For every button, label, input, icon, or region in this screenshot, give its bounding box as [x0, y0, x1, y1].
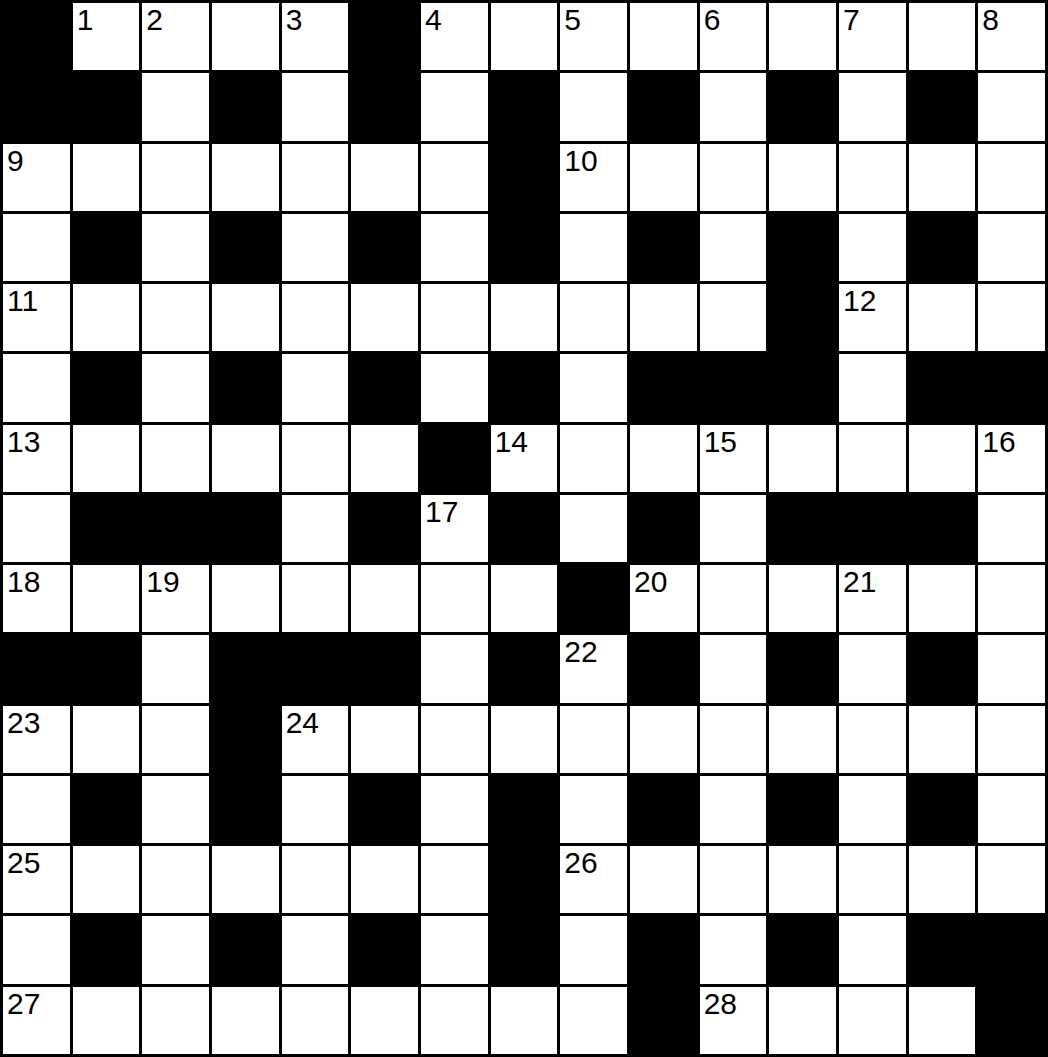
- cell-r5c8[interactable]: [491, 284, 558, 351]
- cell-r13c9[interactable]: 26: [560, 846, 627, 913]
- cell-r13c14[interactable]: [909, 846, 976, 913]
- cell-r14c1[interactable]: [3, 916, 70, 983]
- cell-r9c12[interactable]: [769, 565, 836, 632]
- cell-r3c10[interactable]: [630, 144, 697, 211]
- block-cell-r8c4: [212, 495, 279, 562]
- clue-number-28: 28: [704, 988, 737, 1020]
- block-cell-r6c4: [212, 354, 279, 421]
- cell-r9c6[interactable]: [351, 565, 418, 632]
- clue-number-27: 27: [7, 988, 40, 1020]
- clue-number-11: 11: [7, 285, 38, 317]
- cell-r11c10[interactable]: [630, 706, 697, 773]
- cell-r15c13[interactable]: [839, 987, 906, 1054]
- block-cell-r14c4: [212, 916, 279, 983]
- clue-number-10: 10: [564, 145, 597, 177]
- cell-r4c13[interactable]: [839, 214, 906, 281]
- cell-r3c3[interactable]: [142, 144, 209, 211]
- cell-r15c7[interactable]: [421, 987, 488, 1054]
- cell-r9c4[interactable]: [212, 565, 279, 632]
- block-cell-r1c1: [3, 3, 70, 70]
- cell-r1c8[interactable]: [491, 3, 558, 70]
- cell-r2c13[interactable]: [839, 73, 906, 140]
- clue-number-15: 15: [704, 426, 737, 458]
- clue-number-19: 19: [146, 566, 179, 598]
- block-cell-r14c8: [491, 916, 558, 983]
- cell-r11c5[interactable]: 24: [282, 706, 349, 773]
- cell-r4c9[interactable]: [560, 214, 627, 281]
- block-cell-r6c11: [700, 354, 767, 421]
- cell-r7c4[interactable]: [212, 425, 279, 492]
- cell-r3c13[interactable]: [839, 144, 906, 211]
- block-cell-r2c14: [909, 73, 976, 140]
- cell-r10c11[interactable]: [700, 635, 767, 702]
- cell-r3c11[interactable]: [700, 144, 767, 211]
- cell-r5c1[interactable]: 11: [3, 284, 70, 351]
- cell-r7c3[interactable]: [142, 425, 209, 492]
- cell-r10c9[interactable]: 22: [560, 635, 627, 702]
- cell-r3c14[interactable]: [909, 144, 976, 211]
- clue-number-12: 12: [843, 285, 876, 317]
- cell-r14c7[interactable]: [421, 916, 488, 983]
- block-cell-r10c1: [3, 635, 70, 702]
- cell-r5c9[interactable]: [560, 284, 627, 351]
- cell-r9c2[interactable]: [73, 565, 140, 632]
- block-cell-r12c2: [73, 776, 140, 843]
- cell-r10c13[interactable]: [839, 635, 906, 702]
- cell-r4c7[interactable]: [421, 214, 488, 281]
- cell-r15c8[interactable]: [491, 987, 558, 1054]
- cell-r8c9[interactable]: [560, 495, 627, 562]
- cell-r5c7[interactable]: [421, 284, 488, 351]
- cell-r11c7[interactable]: [421, 706, 488, 773]
- cell-r5c4[interactable]: [212, 284, 279, 351]
- cell-r3c9[interactable]: 10: [560, 144, 627, 211]
- cell-r2c11[interactable]: [700, 73, 767, 140]
- cell-r7c2[interactable]: [73, 425, 140, 492]
- cell-r5c3[interactable]: [142, 284, 209, 351]
- crossword-grid: 1234567891011121314151617181920212223242…: [0, 0, 1048, 1057]
- cell-r12c7[interactable]: [421, 776, 488, 843]
- block-cell-r8c8: [491, 495, 558, 562]
- cell-r6c3[interactable]: [142, 354, 209, 421]
- cell-r14c3[interactable]: [142, 916, 209, 983]
- cell-r14c13[interactable]: [839, 916, 906, 983]
- cell-r9c14[interactable]: [909, 565, 976, 632]
- block-cell-r10c12: [769, 635, 836, 702]
- clue-number-2: 2: [146, 4, 163, 36]
- block-cell-r6c14: [909, 354, 976, 421]
- block-cell-r4c10: [630, 214, 697, 281]
- clue-number-21: 21: [843, 566, 876, 598]
- cell-r13c15[interactable]: [978, 846, 1045, 913]
- cell-r1c7[interactable]: 4: [421, 3, 488, 70]
- cell-r9c3[interactable]: 19: [142, 565, 209, 632]
- cell-r9c13[interactable]: 21: [839, 565, 906, 632]
- block-cell-r14c10: [630, 916, 697, 983]
- cell-r1c15[interactable]: 8: [978, 3, 1045, 70]
- block-cell-r6c15: [978, 354, 1045, 421]
- cell-r13c6[interactable]: [351, 846, 418, 913]
- block-cell-r8c6: [351, 495, 418, 562]
- clue-number-5: 5: [564, 4, 581, 36]
- cell-r1c12[interactable]: [769, 3, 836, 70]
- cell-r14c11[interactable]: [700, 916, 767, 983]
- block-cell-r11c4: [212, 706, 279, 773]
- cell-r6c5[interactable]: [282, 354, 349, 421]
- cell-r11c12[interactable]: [769, 706, 836, 773]
- cell-r1c14[interactable]: [909, 3, 976, 70]
- block-cell-r12c4: [212, 776, 279, 843]
- cell-r9c10[interactable]: 20: [630, 565, 697, 632]
- block-cell-r6c10: [630, 354, 697, 421]
- block-cell-r2c1: [3, 73, 70, 140]
- block-cell-r10c8: [491, 635, 558, 702]
- block-cell-r12c8: [491, 776, 558, 843]
- cell-r14c9[interactable]: [560, 916, 627, 983]
- cell-r5c2[interactable]: [73, 284, 140, 351]
- cell-r15c4[interactable]: [212, 987, 279, 1054]
- block-cell-r12c14: [909, 776, 976, 843]
- block-cell-r10c5: [282, 635, 349, 702]
- cell-r11c13[interactable]: [839, 706, 906, 773]
- cell-r7c6[interactable]: [351, 425, 418, 492]
- clue-number-7: 7: [843, 4, 860, 36]
- cell-r10c15[interactable]: [978, 635, 1045, 702]
- clue-number-6: 6: [704, 4, 721, 36]
- cell-r9c11[interactable]: [700, 565, 767, 632]
- block-cell-r7c7: [421, 425, 488, 492]
- cell-r15c3[interactable]: [142, 987, 209, 1054]
- cell-r8c15[interactable]: [978, 495, 1045, 562]
- block-cell-r14c6: [351, 916, 418, 983]
- cell-r15c12[interactable]: [769, 987, 836, 1054]
- cell-r1c11[interactable]: 6: [700, 3, 767, 70]
- block-cell-r14c12: [769, 916, 836, 983]
- block-cell-r14c15: [978, 916, 1045, 983]
- cell-r1c13[interactable]: 7: [839, 3, 906, 70]
- cell-r4c3[interactable]: [142, 214, 209, 281]
- cell-r6c7[interactable]: [421, 354, 488, 421]
- cell-r3c7[interactable]: [421, 144, 488, 211]
- cell-r7c12[interactable]: [769, 425, 836, 492]
- block-cell-r6c6: [351, 354, 418, 421]
- block-cell-r8c12: [769, 495, 836, 562]
- block-cell-r2c2: [73, 73, 140, 140]
- cell-r2c7[interactable]: [421, 73, 488, 140]
- clue-number-23: 23: [7, 707, 40, 739]
- cell-r5c10[interactable]: [630, 284, 697, 351]
- block-cell-r12c12: [769, 776, 836, 843]
- cell-r11c9[interactable]: [560, 706, 627, 773]
- cell-r9c5[interactable]: [282, 565, 349, 632]
- cell-r15c1[interactable]: 27: [3, 987, 70, 1054]
- cell-r15c2[interactable]: [73, 987, 140, 1054]
- block-cell-r6c8: [491, 354, 558, 421]
- block-cell-r2c12: [769, 73, 836, 140]
- cell-r13c1[interactable]: 25: [3, 846, 70, 913]
- cell-r11c15[interactable]: [978, 706, 1045, 773]
- cell-r13c5[interactable]: [282, 846, 349, 913]
- cell-r5c14[interactable]: [909, 284, 976, 351]
- cell-r11c2[interactable]: [73, 706, 140, 773]
- cell-r1c5[interactable]: 3: [282, 3, 349, 70]
- cell-r1c3[interactable]: 2: [142, 3, 209, 70]
- clue-number-25: 25: [7, 847, 40, 879]
- block-cell-r5c12: [769, 284, 836, 351]
- block-cell-r2c10: [630, 73, 697, 140]
- block-cell-r2c6: [351, 73, 418, 140]
- cell-r13c3[interactable]: [142, 846, 209, 913]
- cell-r11c8[interactable]: [491, 706, 558, 773]
- clue-number-22: 22: [564, 636, 597, 668]
- cell-r4c1[interactable]: [3, 214, 70, 281]
- cell-r8c11[interactable]: [700, 495, 767, 562]
- cell-r7c10[interactable]: [630, 425, 697, 492]
- cell-r7c14[interactable]: [909, 425, 976, 492]
- cell-r15c6[interactable]: [351, 987, 418, 1054]
- cell-r1c10[interactable]: [630, 3, 697, 70]
- cell-r12c5[interactable]: [282, 776, 349, 843]
- block-cell-r14c2: [73, 916, 140, 983]
- block-cell-r10c4: [212, 635, 279, 702]
- block-cell-r14c14: [909, 916, 976, 983]
- cell-r4c15[interactable]: [978, 214, 1045, 281]
- cell-r7c8[interactable]: 14: [491, 425, 558, 492]
- cell-r1c4[interactable]: [212, 3, 279, 70]
- clue-number-1: 1: [77, 4, 94, 36]
- block-cell-r8c3: [142, 495, 209, 562]
- block-cell-r8c10: [630, 495, 697, 562]
- cell-r4c11[interactable]: [700, 214, 767, 281]
- block-cell-r8c13: [839, 495, 906, 562]
- block-cell-r4c2: [73, 214, 140, 281]
- cell-r6c9[interactable]: [560, 354, 627, 421]
- block-cell-r10c14: [909, 635, 976, 702]
- block-cell-r8c14: [909, 495, 976, 562]
- cell-r9c15[interactable]: [978, 565, 1045, 632]
- block-cell-r4c12: [769, 214, 836, 281]
- block-cell-r1c6: [351, 3, 418, 70]
- cell-r7c5[interactable]: [282, 425, 349, 492]
- cell-r15c14[interactable]: [909, 987, 976, 1054]
- cell-r3c2[interactable]: [73, 144, 140, 211]
- block-cell-r12c10: [630, 776, 697, 843]
- cell-r12c1[interactable]: [3, 776, 70, 843]
- cell-r13c10[interactable]: [630, 846, 697, 913]
- cell-r15c11[interactable]: 28: [700, 987, 767, 1054]
- cell-r4c5[interactable]: [282, 214, 349, 281]
- clue-number-16: 16: [982, 426, 1015, 458]
- cell-r11c6[interactable]: [351, 706, 418, 773]
- clue-number-8: 8: [982, 4, 999, 36]
- cell-r11c3[interactable]: [142, 706, 209, 773]
- block-cell-r15c15: [978, 987, 1045, 1054]
- clue-number-14: 14: [495, 426, 528, 458]
- cell-r5c5[interactable]: [282, 284, 349, 351]
- cell-r15c5[interactable]: [282, 987, 349, 1054]
- block-cell-r6c2: [73, 354, 140, 421]
- block-cell-r4c4: [212, 214, 279, 281]
- clue-number-24: 24: [286, 707, 319, 739]
- block-cell-r2c4: [212, 73, 279, 140]
- cell-r3c15[interactable]: [978, 144, 1045, 211]
- cell-r3c6[interactable]: [351, 144, 418, 211]
- cell-r3c4[interactable]: [212, 144, 279, 211]
- cell-r11c14[interactable]: [909, 706, 976, 773]
- cell-r13c2[interactable]: [73, 846, 140, 913]
- block-cell-r4c14: [909, 214, 976, 281]
- block-cell-r15c10: [630, 987, 697, 1054]
- cell-r10c7[interactable]: [421, 635, 488, 702]
- clue-number-9: 9: [7, 145, 24, 177]
- cell-r13c11[interactable]: [700, 846, 767, 913]
- block-cell-r10c2: [73, 635, 140, 702]
- block-cell-r4c8: [491, 214, 558, 281]
- cell-r10c3[interactable]: [142, 635, 209, 702]
- clue-number-20: 20: [634, 566, 667, 598]
- cell-r7c11[interactable]: 15: [700, 425, 767, 492]
- cell-r12c11[interactable]: [700, 776, 767, 843]
- cell-r7c1[interactable]: 13: [3, 425, 70, 492]
- cell-r2c15[interactable]: [978, 73, 1045, 140]
- cell-r13c12[interactable]: [769, 846, 836, 913]
- clue-number-17: 17: [425, 496, 458, 528]
- cell-r2c9[interactable]: [560, 73, 627, 140]
- cell-r12c9[interactable]: [560, 776, 627, 843]
- cell-r11c1[interactable]: 23: [3, 706, 70, 773]
- cell-r8c5[interactable]: [282, 495, 349, 562]
- cell-r12c3[interactable]: [142, 776, 209, 843]
- block-cell-r10c6: [351, 635, 418, 702]
- clue-number-18: 18: [7, 566, 40, 598]
- cell-r9c1[interactable]: 18: [3, 565, 70, 632]
- cell-r15c9[interactable]: [560, 987, 627, 1054]
- cell-r7c13[interactable]: [839, 425, 906, 492]
- block-cell-r3c8: [491, 144, 558, 211]
- cell-r6c13[interactable]: [839, 354, 906, 421]
- block-cell-r10c10: [630, 635, 697, 702]
- cell-r5c15[interactable]: [978, 284, 1045, 351]
- cell-r1c9[interactable]: 5: [560, 3, 627, 70]
- cell-r5c6[interactable]: [351, 284, 418, 351]
- cell-r13c13[interactable]: [839, 846, 906, 913]
- cell-r2c5[interactable]: [282, 73, 349, 140]
- cell-r3c12[interactable]: [769, 144, 836, 211]
- block-cell-r4c6: [351, 214, 418, 281]
- cell-r5c11[interactable]: [700, 284, 767, 351]
- clue-number-26: 26: [564, 847, 597, 879]
- block-cell-r9c9: [560, 565, 627, 632]
- cell-r5c13[interactable]: 12: [839, 284, 906, 351]
- block-cell-r6c12: [769, 354, 836, 421]
- cell-r3c5[interactable]: [282, 144, 349, 211]
- clue-number-3: 3: [286, 4, 303, 36]
- cell-r8c7[interactable]: 17: [421, 495, 488, 562]
- cell-r12c13[interactable]: [839, 776, 906, 843]
- cell-r12c15[interactable]: [978, 776, 1045, 843]
- cell-r13c7[interactable]: [421, 846, 488, 913]
- cell-r13c4[interactable]: [212, 846, 279, 913]
- block-cell-r12c6: [351, 776, 418, 843]
- clue-number-13: 13: [7, 426, 40, 458]
- cell-r9c8[interactable]: [491, 565, 558, 632]
- block-cell-r13c8: [491, 846, 558, 913]
- cell-r1c2[interactable]: 1: [73, 3, 140, 70]
- cell-r6c1[interactable]: [3, 354, 70, 421]
- cell-r8c1[interactable]: [3, 495, 70, 562]
- cell-r3c1[interactable]: 9: [3, 144, 70, 211]
- cell-r11c11[interactable]: [700, 706, 767, 773]
- cell-r2c3[interactable]: [142, 73, 209, 140]
- cell-r9c7[interactable]: [421, 565, 488, 632]
- cell-r7c15[interactable]: 16: [978, 425, 1045, 492]
- clue-number-4: 4: [425, 4, 442, 36]
- block-cell-r2c8: [491, 73, 558, 140]
- block-cell-r8c2: [73, 495, 140, 562]
- cell-r14c5[interactable]: [282, 916, 349, 983]
- cell-r7c9[interactable]: [560, 425, 627, 492]
